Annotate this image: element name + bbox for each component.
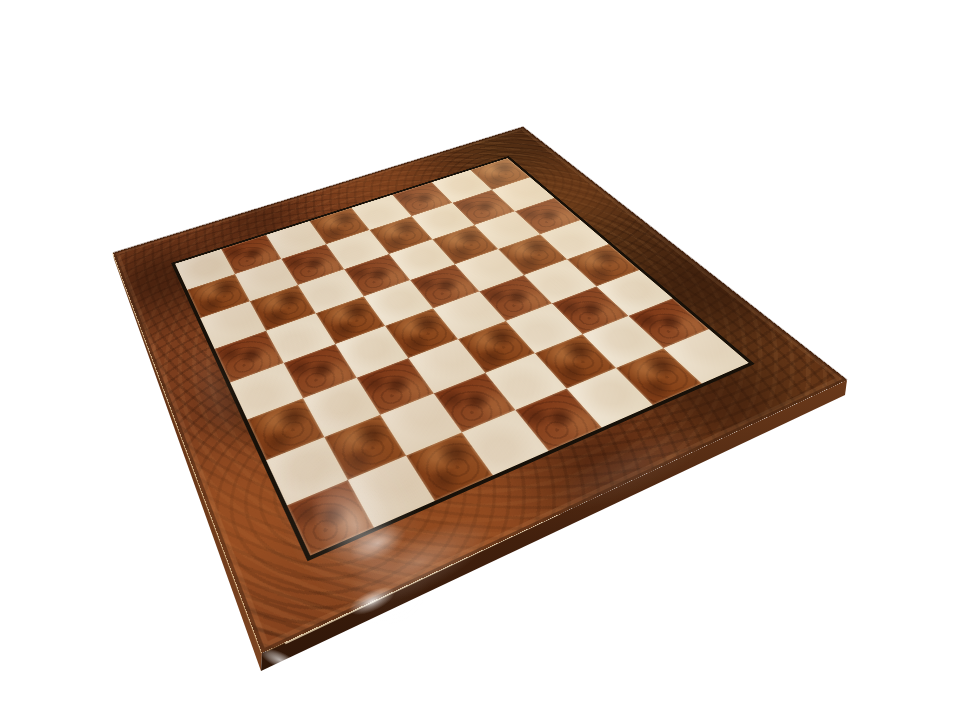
- chessboard-product-photo: [0, 0, 962, 722]
- chess-board: [113, 127, 847, 653]
